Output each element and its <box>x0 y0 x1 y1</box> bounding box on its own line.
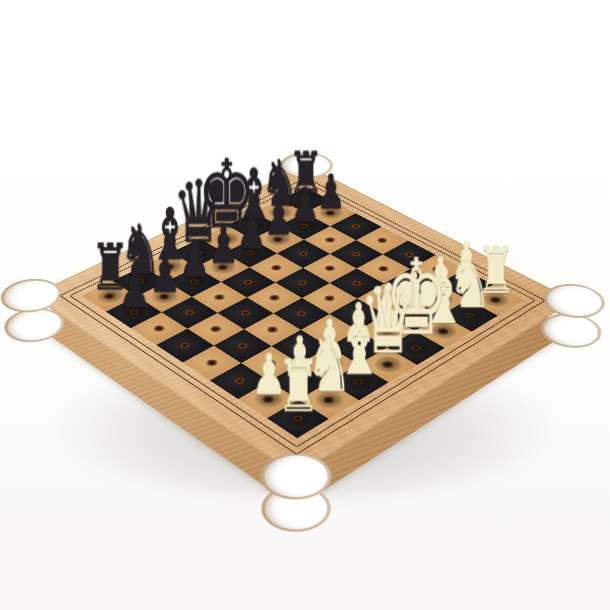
square-a6[interactable] <box>131 312 188 345</box>
square-a5[interactable] <box>156 329 214 363</box>
square-a3[interactable] <box>210 363 269 399</box>
square-a7[interactable] <box>106 296 162 328</box>
square-d4[interactable] <box>273 298 329 330</box>
square-a2[interactable] <box>238 381 298 418</box>
corner-notch <box>269 147 343 183</box>
square-c4[interactable] <box>244 313 301 346</box>
square-a1[interactable] <box>267 400 329 438</box>
square-e3[interactable] <box>329 299 385 331</box>
square-e1[interactable] <box>387 331 445 365</box>
square-b6[interactable] <box>162 297 218 329</box>
square-d1[interactable] <box>358 347 417 382</box>
square-b4[interactable] <box>214 329 272 363</box>
square-b5[interactable] <box>187 313 244 346</box>
square-b2[interactable] <box>269 364 329 400</box>
square-e2[interactable] <box>358 315 415 348</box>
square-d2[interactable] <box>329 330 387 364</box>
product-photo-stage: ♜♞♝♛♚♝♞♜♟♟♟♟♟♟♟♟♟♟♟♟♟♟♟♟♜♞♝♛♚♝♞♜ <box>0 0 610 610</box>
square-c3[interactable] <box>272 330 330 364</box>
square-f1[interactable] <box>415 315 472 348</box>
square-b1[interactable] <box>299 382 360 419</box>
square-c1[interactable] <box>329 364 389 400</box>
square-d3[interactable] <box>301 314 358 347</box>
square-g1[interactable] <box>442 300 498 332</box>
square-c5[interactable] <box>218 297 274 329</box>
square-b3[interactable] <box>241 346 300 381</box>
square-f2[interactable] <box>385 299 441 331</box>
square-c2[interactable] <box>300 347 359 382</box>
square-a4[interactable] <box>183 346 242 381</box>
